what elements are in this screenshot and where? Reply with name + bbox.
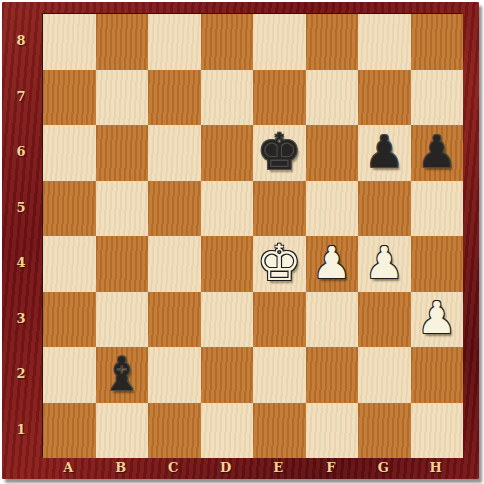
square-e6: ♚ bbox=[253, 125, 306, 181]
square-d8 bbox=[201, 14, 254, 70]
square-d1 bbox=[201, 403, 254, 459]
square-f8 bbox=[306, 14, 359, 70]
file-label-f: F bbox=[305, 460, 358, 475]
square-e8 bbox=[253, 14, 306, 70]
chess-board-frame: ♚♟♟♚♟♟♟♝ 87654321 ABCDEFGH bbox=[2, 2, 479, 479]
square-f4: ♟ bbox=[306, 236, 359, 292]
square-g3 bbox=[358, 292, 411, 348]
file-label-a: A bbox=[42, 460, 95, 475]
chess-board: ♚♟♟♚♟♟♟♝ bbox=[42, 13, 462, 457]
square-c2 bbox=[148, 347, 201, 403]
rank-label-6: 6 bbox=[2, 124, 40, 180]
square-g7 bbox=[358, 70, 411, 126]
square-g5 bbox=[358, 181, 411, 237]
square-h2 bbox=[411, 347, 464, 403]
square-h7 bbox=[411, 70, 464, 126]
square-c1 bbox=[148, 403, 201, 459]
square-d5 bbox=[201, 181, 254, 237]
square-a1 bbox=[43, 403, 96, 459]
black-pawn-h6: ♟ bbox=[417, 130, 456, 174]
black-pawn-g6: ♟ bbox=[365, 130, 404, 174]
square-e2 bbox=[253, 347, 306, 403]
square-h3: ♟ bbox=[411, 292, 464, 348]
square-g8 bbox=[358, 14, 411, 70]
square-f7 bbox=[306, 70, 359, 126]
square-a3 bbox=[43, 292, 96, 348]
rank-label-1: 1 bbox=[2, 402, 40, 458]
square-b7 bbox=[96, 70, 149, 126]
square-a8 bbox=[43, 14, 96, 70]
square-g2 bbox=[358, 347, 411, 403]
square-b2: ♝ bbox=[96, 347, 149, 403]
square-b4 bbox=[96, 236, 149, 292]
page: ♚♟♟♚♟♟♟♝ 87654321 ABCDEFGH bbox=[0, 0, 484, 484]
rank-label-4: 4 bbox=[2, 235, 40, 291]
square-a2 bbox=[43, 347, 96, 403]
square-a6 bbox=[43, 125, 96, 181]
black-bishop-b2: ♝ bbox=[101, 351, 142, 397]
rank-label-3: 3 bbox=[2, 291, 40, 347]
black-king-e6: ♚ bbox=[257, 127, 302, 177]
square-g6: ♟ bbox=[358, 125, 411, 181]
square-b1 bbox=[96, 403, 149, 459]
white-pawn-h3: ♟ bbox=[417, 296, 456, 340]
square-c3 bbox=[148, 292, 201, 348]
square-f6 bbox=[306, 125, 359, 181]
file-label-d: D bbox=[200, 460, 253, 475]
rank-label-2: 2 bbox=[2, 346, 40, 402]
square-f3 bbox=[306, 292, 359, 348]
file-label-h: H bbox=[410, 460, 463, 475]
square-h6: ♟ bbox=[411, 125, 464, 181]
square-d2 bbox=[201, 347, 254, 403]
square-d4 bbox=[201, 236, 254, 292]
square-a5 bbox=[43, 181, 96, 237]
square-h5 bbox=[411, 181, 464, 237]
square-e4: ♚ bbox=[253, 236, 306, 292]
white-king-e4: ♚ bbox=[257, 238, 302, 288]
square-d3 bbox=[201, 292, 254, 348]
square-c4 bbox=[148, 236, 201, 292]
square-c8 bbox=[148, 14, 201, 70]
rank-label-8: 8 bbox=[2, 13, 40, 69]
square-a7 bbox=[43, 70, 96, 126]
file-label-g: G bbox=[357, 460, 410, 475]
square-c6 bbox=[148, 125, 201, 181]
file-label-c: C bbox=[147, 460, 200, 475]
file-label-e: E bbox=[252, 460, 305, 475]
square-b3 bbox=[96, 292, 149, 348]
square-b5 bbox=[96, 181, 149, 237]
square-f1 bbox=[306, 403, 359, 459]
rank-label-7: 7 bbox=[2, 69, 40, 125]
square-e7 bbox=[253, 70, 306, 126]
square-a4 bbox=[43, 236, 96, 292]
square-d7 bbox=[201, 70, 254, 126]
rank-label-5: 5 bbox=[2, 180, 40, 236]
square-c7 bbox=[148, 70, 201, 126]
file-label-b: B bbox=[95, 460, 148, 475]
square-c5 bbox=[148, 181, 201, 237]
square-f2 bbox=[306, 347, 359, 403]
white-pawn-f4: ♟ bbox=[312, 241, 351, 285]
square-b8 bbox=[96, 14, 149, 70]
square-g1 bbox=[358, 403, 411, 459]
square-h4 bbox=[411, 236, 464, 292]
square-g4: ♟ bbox=[358, 236, 411, 292]
square-d6 bbox=[201, 125, 254, 181]
square-h1 bbox=[411, 403, 464, 459]
square-b6 bbox=[96, 125, 149, 181]
square-e3 bbox=[253, 292, 306, 348]
square-h8 bbox=[411, 14, 464, 70]
square-f5 bbox=[306, 181, 359, 237]
square-e5 bbox=[253, 181, 306, 237]
square-e1 bbox=[253, 403, 306, 459]
white-pawn-g4: ♟ bbox=[365, 241, 404, 285]
